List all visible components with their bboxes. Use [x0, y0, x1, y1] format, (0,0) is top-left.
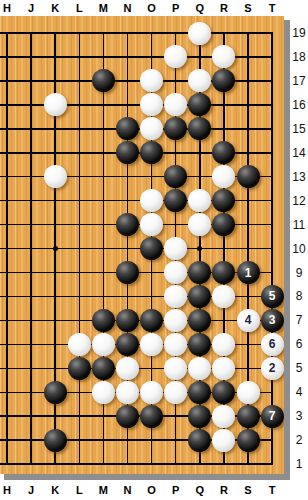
col-label-bottom-N: N	[124, 484, 132, 496]
stone-K2	[44, 429, 67, 452]
stone-O12	[140, 189, 163, 212]
stone-R13	[212, 165, 235, 188]
stone-P9	[164, 261, 187, 284]
stone-Q15	[188, 117, 211, 140]
row-label-1: 1	[296, 457, 303, 471]
stone-N6	[116, 333, 139, 356]
col-label-bottom-J: J	[28, 484, 34, 496]
row-label-18: 18	[292, 50, 305, 64]
stone-N9	[116, 261, 139, 284]
col-label-top-Q: Q	[196, 2, 205, 14]
col-label-top-H: H	[3, 2, 11, 14]
stone-R12	[212, 189, 235, 212]
stone-Q8	[188, 285, 211, 308]
stone-Q17	[188, 69, 211, 92]
stone-T5: 2	[261, 357, 284, 380]
stone-T8: 5	[261, 285, 284, 308]
col-label-top-R: R	[220, 2, 228, 14]
stone-M6	[92, 333, 115, 356]
stone-P4	[164, 381, 187, 404]
stone-R5	[212, 357, 235, 380]
stone-Q6	[188, 333, 211, 356]
col-label-top-O: O	[147, 2, 156, 14]
move-number-4: 4	[237, 309, 260, 332]
row-label-16: 16	[292, 98, 305, 112]
stone-R17	[212, 69, 235, 92]
stone-R6	[212, 333, 235, 356]
grid-line-row-1	[0, 463, 273, 465]
stone-M17	[92, 69, 115, 92]
stone-R14	[212, 141, 235, 164]
stone-P7	[164, 309, 187, 332]
col-label-top-L: L	[76, 2, 83, 14]
stone-P12	[164, 189, 187, 212]
col-label-top-K: K	[51, 2, 59, 14]
stone-Q16	[188, 93, 211, 116]
stone-M7	[92, 309, 115, 332]
stone-N11	[116, 213, 139, 236]
col-label-top-M: M	[99, 2, 108, 14]
row-label-7: 7	[296, 313, 303, 327]
stone-K16	[44, 93, 67, 116]
col-label-bottom-T: T	[269, 484, 276, 496]
stone-R18	[212, 45, 235, 68]
stone-Q11	[188, 213, 211, 236]
stone-O14	[140, 141, 163, 164]
col-label-top-T: T	[269, 2, 276, 14]
col-label-bottom-K: K	[51, 484, 59, 496]
stone-Q5	[188, 357, 211, 380]
move-number-6: 6	[261, 333, 284, 356]
stone-S9: 1	[237, 261, 260, 284]
col-label-bottom-P: P	[172, 484, 179, 496]
row-label-2: 2	[296, 433, 303, 447]
stone-O10	[140, 237, 163, 260]
stone-T6: 6	[261, 333, 284, 356]
col-label-bottom-L: L	[76, 484, 83, 496]
col-label-bottom-S: S	[244, 484, 251, 496]
col-label-bottom-M: M	[99, 484, 108, 496]
row-label-12: 12	[292, 194, 305, 208]
stone-O17	[140, 69, 163, 92]
stone-N15	[116, 117, 139, 140]
col-label-top-P: P	[172, 2, 179, 14]
col-label-bottom-H: H	[3, 484, 11, 496]
row-label-15: 15	[292, 122, 305, 136]
stone-N7	[116, 309, 139, 332]
stone-K4	[44, 381, 67, 404]
stone-P13	[164, 165, 187, 188]
grid-line-row-19	[0, 32, 273, 34]
stone-R8	[212, 285, 235, 308]
move-number-2: 2	[261, 357, 284, 380]
stone-M4	[92, 381, 115, 404]
row-label-11: 11	[293, 218, 305, 232]
stone-O3	[140, 405, 163, 428]
row-label-17: 17	[292, 74, 305, 88]
move-number-1: 1	[237, 261, 260, 284]
col-label-top-S: S	[244, 2, 251, 14]
col-label-bottom-Q: Q	[196, 484, 205, 496]
move-number-7: 7	[261, 405, 284, 428]
stone-N4	[116, 381, 139, 404]
stone-O7	[140, 309, 163, 332]
board-shadow-right	[284, 20, 290, 480]
stone-P18	[164, 45, 187, 68]
star-point-Q10	[197, 246, 202, 251]
board-shadow-bottom	[4, 474, 290, 480]
col-label-bottom-R: R	[220, 484, 228, 496]
stone-K13	[44, 165, 67, 188]
col-label-bottom-O: O	[147, 484, 156, 496]
row-label-5: 5	[296, 361, 303, 375]
row-label-13: 13	[292, 170, 305, 184]
stone-S3	[237, 405, 260, 428]
stone-R4	[212, 381, 235, 404]
stone-P16	[164, 93, 187, 116]
col-label-top-J: J	[28, 2, 34, 14]
star-point-K10	[53, 246, 58, 251]
stone-L6	[68, 333, 91, 356]
grid-line-row-16	[0, 104, 273, 106]
stone-O16	[140, 93, 163, 116]
stone-P5	[164, 357, 187, 380]
stone-R11	[212, 213, 235, 236]
stone-S13	[237, 165, 260, 188]
col-label-top-N: N	[124, 2, 132, 14]
row-label-19: 19	[292, 26, 305, 40]
stone-Q19	[188, 22, 211, 45]
row-label-8: 8	[296, 289, 303, 303]
row-label-6: 6	[296, 337, 303, 351]
move-number-5: 5	[261, 285, 284, 308]
stone-Q7	[188, 309, 211, 332]
stone-O11	[140, 213, 163, 236]
stone-Q2	[188, 429, 211, 452]
row-label-14: 14	[292, 146, 305, 160]
row-label-10: 10	[292, 242, 305, 256]
row-label-9: 9	[296, 266, 303, 280]
stone-O15	[140, 117, 163, 140]
stone-T7: 3	[261, 309, 284, 332]
stone-P10	[164, 237, 187, 260]
move-number-3: 3	[261, 309, 284, 332]
row-label-3: 3	[296, 409, 303, 423]
stone-N5	[116, 357, 139, 380]
stone-N3	[116, 405, 139, 428]
stone-S2	[237, 429, 260, 452]
stone-M5	[92, 357, 115, 380]
stone-T3: 7	[261, 405, 284, 428]
grid-line-row-10	[0, 248, 273, 250]
stone-S4	[237, 381, 260, 404]
stone-N14	[116, 141, 139, 164]
stone-S7: 4	[237, 309, 260, 332]
stone-P8	[164, 285, 187, 308]
stone-R2	[212, 429, 235, 452]
row-label-4: 4	[296, 385, 303, 399]
stone-Q3	[188, 405, 211, 428]
go-diagram: HJKLMNOPQRST 1543627 1918171615141312111…	[0, 0, 308, 500]
stone-O6	[140, 333, 163, 356]
stone-R9	[212, 261, 235, 284]
stone-Q9	[188, 261, 211, 284]
stone-Q12	[188, 189, 211, 212]
stone-P15	[164, 117, 187, 140]
stone-R3	[212, 405, 235, 428]
stone-Q4	[188, 381, 211, 404]
stone-O4	[140, 381, 163, 404]
go-board[interactable]: 1543627	[0, 16, 284, 474]
stone-L5	[68, 357, 91, 380]
stone-P6	[164, 333, 187, 356]
